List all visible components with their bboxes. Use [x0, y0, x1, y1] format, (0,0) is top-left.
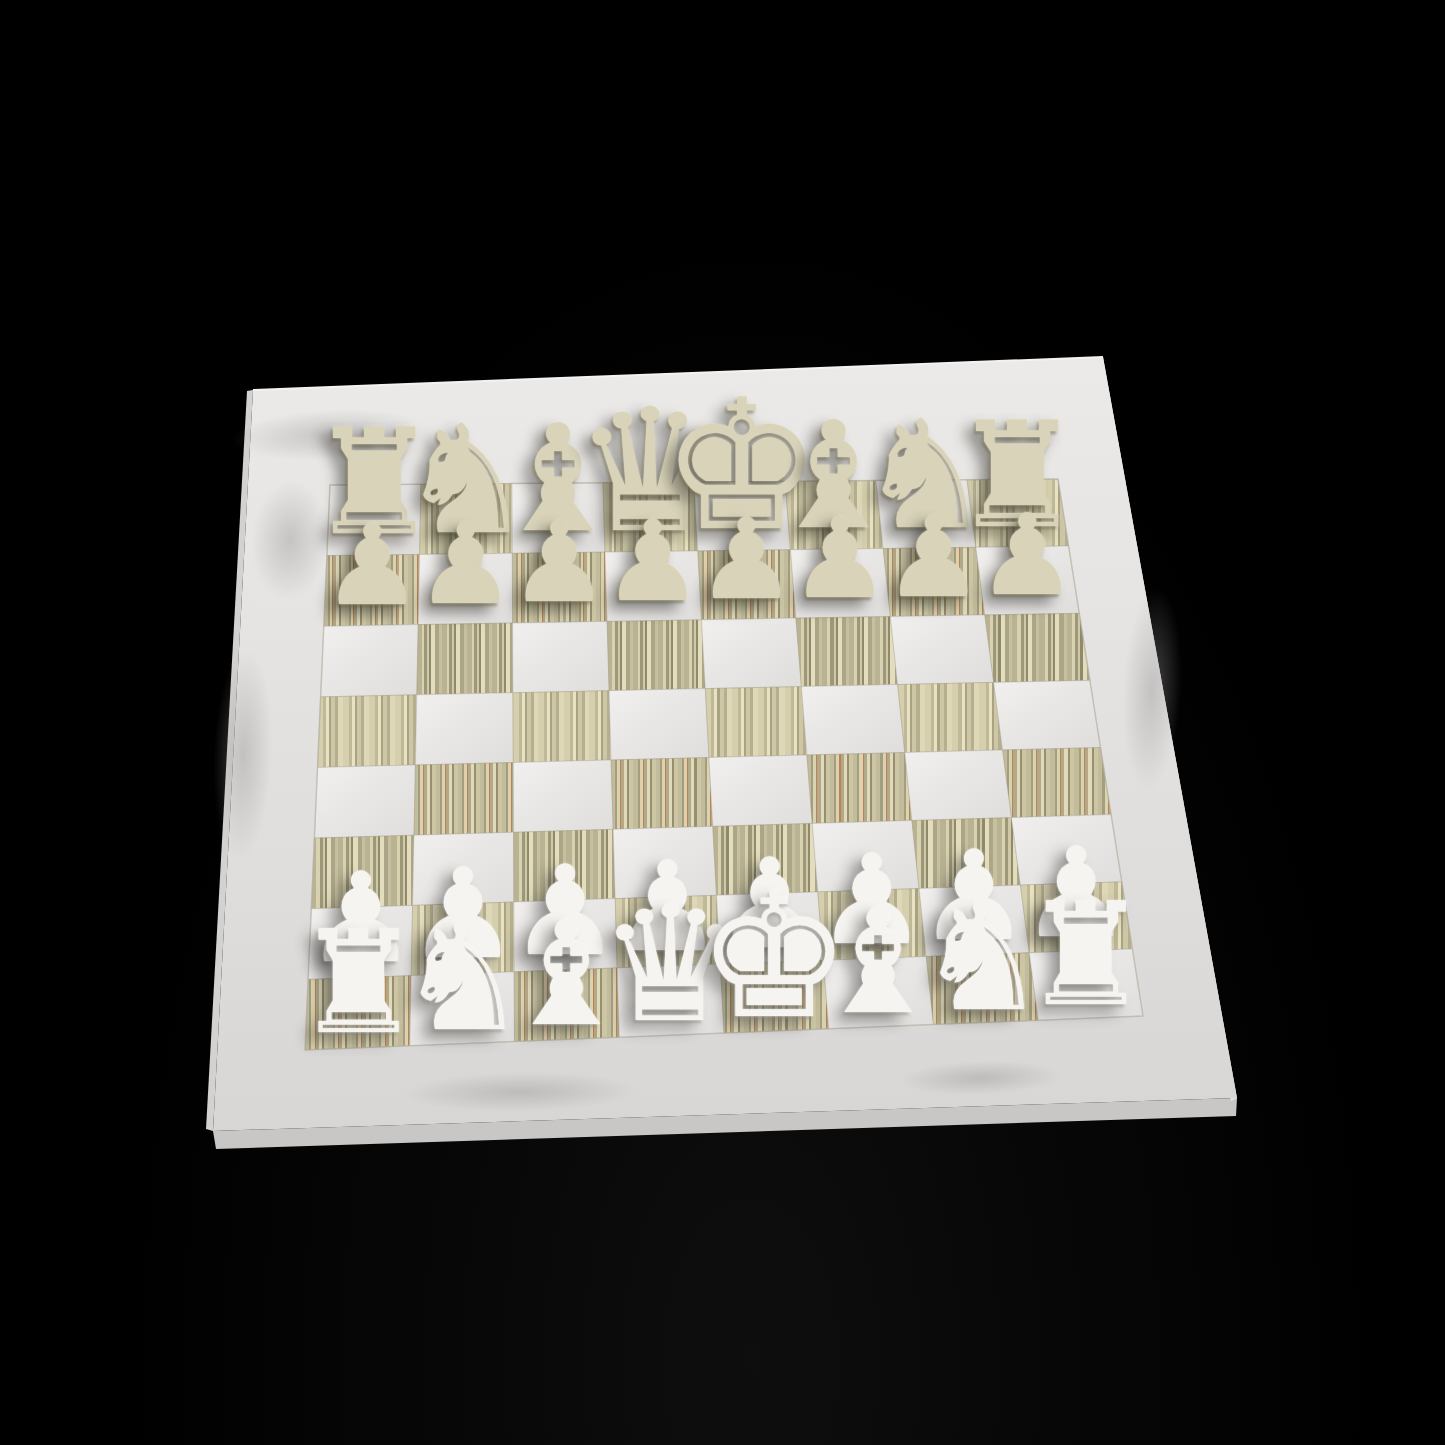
piece-black-pawn-b7[interactable]: ♟	[415, 508, 515, 620]
square-h4[interactable]	[1003, 748, 1112, 818]
square-g4[interactable]	[905, 750, 1012, 821]
square-e4[interactable]	[709, 755, 812, 826]
square-e6[interactable]	[702, 618, 802, 689]
square-d4[interactable]	[611, 758, 713, 830]
photo-background: ♜♞♝♛♚♝♞♜♟♟♟♟♟♟♟♟♟♟♟♟♟♟♟♟♜♞♝♛♚♝♞♜	[0, 0, 1445, 1445]
square-b6[interactable]	[417, 623, 513, 695]
square-h6[interactable]	[985, 613, 1090, 682]
square-a5[interactable]	[318, 695, 417, 768]
square-d6[interactable]	[607, 620, 705, 691]
square-f4[interactable]	[807, 753, 912, 824]
piece-black-pawn-e7[interactable]: ♟	[696, 503, 796, 615]
piece-black-pawn-h7[interactable]: ♟	[977, 499, 1077, 611]
square-d5[interactable]	[609, 689, 709, 760]
piece-black-pawn-d7[interactable]: ♟	[603, 505, 703, 617]
square-c6[interactable]	[513, 621, 610, 692]
square-a4[interactable]	[314, 765, 415, 838]
square-e5[interactable]	[705, 687, 807, 758]
square-b5[interactable]	[415, 693, 513, 765]
piece-black-pawn-f7[interactable]: ♟	[790, 502, 890, 614]
piece-black-pawn-g7[interactable]: ♟	[883, 501, 983, 613]
square-g5[interactable]	[898, 682, 1003, 752]
square-g6[interactable]	[890, 615, 993, 685]
square-f5[interactable]	[801, 685, 904, 756]
chess-board	[0, 0, 1445, 1445]
piece-white-rook-h1[interactable]: ♜	[1022, 884, 1149, 1026]
square-h5[interactable]	[994, 680, 1101, 750]
square-a6[interactable]	[321, 625, 419, 697]
piece-black-pawn-c7[interactable]: ♟	[509, 506, 609, 618]
piece-black-pawn-a7[interactable]: ♟	[322, 509, 422, 621]
square-f6[interactable]	[796, 617, 898, 687]
square-b4[interactable]	[414, 763, 514, 836]
square-c5[interactable]	[513, 691, 611, 763]
square-c4[interactable]	[513, 760, 613, 832]
